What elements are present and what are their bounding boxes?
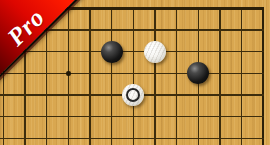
white-stone bbox=[122, 84, 144, 106]
last-move-circle-marker bbox=[126, 88, 140, 102]
grid-line-vertical bbox=[111, 7, 112, 145]
grid-line-vertical bbox=[154, 7, 155, 145]
grid-line-horizontal bbox=[0, 51, 264, 52]
grid-line-vertical bbox=[241, 7, 242, 145]
grid-line-vertical bbox=[219, 7, 220, 145]
black-stone bbox=[101, 41, 123, 63]
go-app-screenshot: Pro bbox=[0, 0, 270, 145]
star-point bbox=[66, 71, 71, 76]
grid-line-vertical bbox=[89, 7, 90, 145]
grid-line-horizontal bbox=[0, 73, 264, 74]
grid-line-horizontal bbox=[0, 138, 264, 139]
grid-line-vertical bbox=[68, 7, 69, 145]
grid-line-vertical bbox=[133, 7, 134, 145]
black-stone bbox=[187, 62, 209, 84]
board-right-edge-line bbox=[262, 7, 264, 145]
white-stone bbox=[144, 41, 166, 63]
grid-line-vertical bbox=[176, 7, 177, 145]
grid-line-horizontal bbox=[0, 116, 264, 117]
